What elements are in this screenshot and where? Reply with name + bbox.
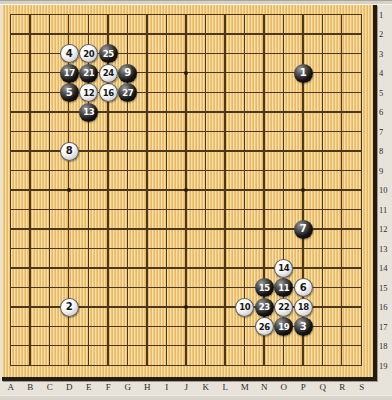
stone-black-27[interactable]: 27 [118,83,137,102]
move-number: 2 [66,302,73,312]
row-label-1: 1 [379,5,392,25]
move-number: 12 [83,88,94,97]
move-number: 8 [66,146,73,156]
row-label-19: 19 [379,356,392,376]
row-label-18: 18 [379,337,392,357]
stone-black-3[interactable]: 3 [294,317,313,336]
col-label-B: B [21,382,41,395]
intersection-P17: 3 [294,317,314,337]
col-label-E: E [79,382,99,395]
stone-white-10[interactable]: 10 [235,298,254,317]
col-label-I: I [157,382,177,395]
intersection-O17: 19 [274,317,294,337]
move-number: 16 [103,88,114,97]
column-coordinate-labels: ABCDEFGHIJKLMNOPQRS [1,382,372,395]
stone-black-23[interactable]: 23 [255,298,274,317]
col-label-J: J [177,382,197,395]
intersection-P12: 7 [294,220,314,240]
star-point-D10 [60,181,80,201]
col-label-P: P [294,382,314,395]
stone-white-20[interactable]: 20 [79,44,98,63]
intersection-E5: 12 [79,83,99,103]
go-board[interactable]: 1234567891011121314151617181920212223242… [2,5,377,381]
intersection-P4: 1 [294,64,314,84]
stone-white-26[interactable]: 26 [255,317,274,336]
intersection-M16: 10 [235,298,255,318]
intersection-O14: 14 [274,259,294,279]
col-label-C: C [40,382,60,395]
col-label-K: K [196,382,216,395]
star-point-P10 [294,181,314,201]
stone-white-2[interactable]: 2 [60,298,79,317]
row-label-8: 8 [379,142,392,162]
stone-black-11[interactable]: 11 [274,278,293,297]
move-number: 23 [259,303,270,312]
move-number: 11 [278,283,289,292]
row-label-14: 14 [379,259,392,279]
row-coordinate-labels: 12345678910111213141516171819 [379,5,392,376]
intersection-O15: 11 [274,278,294,298]
row-label-13: 13 [379,239,392,259]
col-label-R: R [333,382,353,395]
stone-black-1[interactable]: 1 [294,64,313,83]
move-number: 18 [298,303,309,312]
move-number: 21 [83,69,94,78]
star-point-J4 [177,64,197,84]
go-kifu-viewer: 1234567891011121314151617181920212223242… [0,0,392,400]
intersection-P15: 6 [294,278,314,298]
intersection-F4: 24 [99,64,119,84]
col-label-A: A [1,382,21,395]
star-point-J10 [177,181,197,201]
col-label-G: G [118,382,138,395]
intersection-G4: 9 [118,64,138,84]
row-label-6: 6 [379,103,392,123]
board-grid[interactable]: 1234567891011121314151617181920212223242… [1,5,372,376]
intersection-D16: 2 [60,298,80,318]
move-number: 26 [259,322,270,331]
move-number: 7 [300,224,307,234]
row-label-9: 9 [379,161,392,181]
intersection-D8: 8 [60,142,80,162]
stone-white-16[interactable]: 16 [99,83,118,102]
row-label-10: 10 [379,181,392,201]
stone-white-22[interactable]: 22 [274,298,293,317]
intersection-N16: 23 [255,298,275,318]
intersection-F3: 25 [99,44,119,64]
intersection-D4: 17 [60,64,80,84]
move-number: 5 [66,87,73,97]
col-label-H: H [138,382,158,395]
stone-white-14[interactable]: 14 [274,259,293,278]
move-number: 24 [103,69,114,78]
intersection-D5: 5 [60,83,80,103]
move-number: 9 [124,68,131,78]
col-label-D: D [60,382,80,395]
intersection-E3: 20 [79,44,99,64]
stone-white-4[interactable]: 4 [60,44,79,63]
row-label-15: 15 [379,278,392,298]
stone-black-19[interactable]: 19 [274,317,293,336]
stone-black-25[interactable]: 25 [99,44,118,63]
col-label-Q: Q [313,382,333,395]
window-bottom-strip [0,395,392,400]
intersection-E4: 21 [79,64,99,84]
row-label-3: 3 [379,44,392,64]
move-number: 17 [64,69,75,78]
row-label-2: 2 [379,25,392,45]
intersection-N17: 26 [255,317,275,337]
row-label-17: 17 [379,317,392,337]
move-number: 14 [278,264,289,273]
col-label-F: F [99,382,119,395]
intersection-F5: 16 [99,83,119,103]
intersection-G5: 27 [118,83,138,103]
stone-white-8[interactable]: 8 [60,142,79,161]
move-number: 3 [300,321,307,331]
star-point-J16 [177,298,197,318]
stone-black-9[interactable]: 9 [118,64,137,83]
move-number: 1 [300,68,307,78]
stone-white-6[interactable]: 6 [294,278,313,297]
move-number: 6 [300,282,307,292]
row-label-16: 16 [379,298,392,318]
stone-white-12[interactable]: 12 [79,83,98,102]
move-number: 20 [83,49,94,58]
stone-black-5[interactable]: 5 [60,83,79,102]
stone-white-18[interactable]: 18 [294,298,313,317]
intersection-P16: 18 [294,298,314,318]
stone-black-13[interactable]: 13 [79,103,98,122]
move-number: 4 [66,48,73,58]
stone-black-7[interactable]: 7 [294,220,313,239]
col-label-L: L [216,382,236,395]
col-label-S: S [352,382,372,395]
move-number: 19 [278,322,289,331]
move-number: 27 [122,88,133,97]
move-number: 25 [103,49,114,58]
col-label-M: M [235,382,255,395]
stone-white-24[interactable]: 24 [99,64,118,83]
row-label-7: 7 [379,122,392,142]
stone-black-21[interactable]: 21 [79,64,98,83]
move-number: 10 [239,303,250,312]
row-label-4: 4 [379,64,392,84]
col-label-N: N [255,382,275,395]
move-number: 22 [278,303,289,312]
move-number: 15 [259,283,270,292]
intersection-E6: 13 [79,103,99,123]
intersection-D3: 4 [60,44,80,64]
move-number: 13 [83,108,94,117]
row-label-5: 5 [379,83,392,103]
row-label-11: 11 [379,200,392,220]
col-label-O: O [274,382,294,395]
row-label-12: 12 [379,220,392,240]
intersection-N15: 15 [255,278,275,298]
stone-black-15[interactable]: 15 [255,278,274,297]
stone-black-17[interactable]: 17 [60,64,79,83]
intersection-O16: 22 [274,298,294,318]
